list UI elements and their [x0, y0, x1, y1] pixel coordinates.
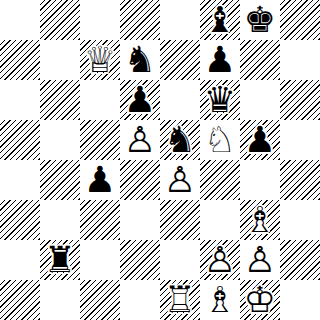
- square-b2[interactable]: ♜: [40, 240, 80, 280]
- square-c6[interactable]: [80, 80, 120, 120]
- square-a6[interactable]: [0, 80, 40, 120]
- square-c7[interactable]: ♛♕: [80, 40, 120, 80]
- square-h3[interactable]: [280, 200, 320, 240]
- square-c3[interactable]: [80, 200, 120, 240]
- square-f5[interactable]: ♞♘: [200, 120, 240, 160]
- square-g4[interactable]: [240, 160, 280, 200]
- knight-outline-glyph: ♘: [200, 120, 240, 160]
- pawn-outline-glyph: ♙: [240, 240, 280, 280]
- square-h2[interactable]: [280, 240, 320, 280]
- black-pawn[interactable]: ♟: [120, 80, 160, 120]
- square-a7[interactable]: [0, 40, 40, 80]
- queen-outline-glyph: ♕: [80, 40, 120, 80]
- square-h4[interactable]: [280, 160, 320, 200]
- square-f6[interactable]: ♛: [200, 80, 240, 120]
- square-f3[interactable]: [200, 200, 240, 240]
- square-g2[interactable]: ♟♙: [240, 240, 280, 280]
- square-h6[interactable]: [280, 80, 320, 120]
- square-f7[interactable]: ♟: [200, 40, 240, 80]
- black-rook[interactable]: ♜: [40, 240, 80, 280]
- white-pawn[interactable]: ♟♙: [120, 120, 160, 160]
- square-e7[interactable]: [160, 40, 200, 80]
- black-knight[interactable]: ♞: [120, 40, 160, 80]
- rook-outline-glyph: ♖: [160, 280, 200, 320]
- square-g3[interactable]: ♝♗: [240, 200, 280, 240]
- white-rook[interactable]: ♜♖: [160, 280, 200, 320]
- square-h5[interactable]: [280, 120, 320, 160]
- square-d6[interactable]: ♟: [120, 80, 160, 120]
- square-g5[interactable]: ♟: [240, 120, 280, 160]
- white-bishop[interactable]: ♝♗: [240, 200, 280, 240]
- square-b7[interactable]: [40, 40, 80, 80]
- black-king[interactable]: ♚: [240, 0, 280, 40]
- black-pawn[interactable]: ♟: [200, 40, 240, 80]
- black-pawn[interactable]: ♟: [240, 120, 280, 160]
- bishop-glyph: ♝: [200, 0, 240, 40]
- square-b4[interactable]: [40, 160, 80, 200]
- white-queen[interactable]: ♛♕: [80, 40, 120, 80]
- square-e5[interactable]: ♞: [160, 120, 200, 160]
- square-g8[interactable]: ♚: [240, 0, 280, 40]
- square-e3[interactable]: [160, 200, 200, 240]
- square-g6[interactable]: [240, 80, 280, 120]
- king-outline-glyph: ♔: [240, 280, 280, 320]
- pawn-glyph: ♟: [80, 160, 120, 200]
- square-c5[interactable]: [80, 120, 120, 160]
- square-d8[interactable]: [120, 0, 160, 40]
- square-b6[interactable]: [40, 80, 80, 120]
- square-b3[interactable]: [40, 200, 80, 240]
- black-knight[interactable]: ♞: [160, 120, 200, 160]
- square-f2[interactable]: ♟♙: [200, 240, 240, 280]
- square-c1[interactable]: [80, 280, 120, 320]
- square-e6[interactable]: [160, 80, 200, 120]
- bishop-outline-glyph: ♗: [200, 280, 240, 320]
- square-d1[interactable]: [120, 280, 160, 320]
- square-a1[interactable]: [0, 280, 40, 320]
- white-pawn[interactable]: ♟♙: [160, 160, 200, 200]
- square-b5[interactable]: [40, 120, 80, 160]
- square-e8[interactable]: [160, 0, 200, 40]
- pawn-outline-glyph: ♙: [120, 120, 160, 160]
- square-f4[interactable]: [200, 160, 240, 200]
- white-king[interactable]: ♚♔: [240, 280, 280, 320]
- white-pawn[interactable]: ♟♙: [240, 240, 280, 280]
- square-c4[interactable]: ♟: [80, 160, 120, 200]
- square-d7[interactable]: ♞: [120, 40, 160, 80]
- square-a8[interactable]: [0, 0, 40, 40]
- square-e2[interactable]: [160, 240, 200, 280]
- queen-glyph: ♛: [200, 80, 240, 120]
- square-a3[interactable]: [0, 200, 40, 240]
- square-e4[interactable]: ♟♙: [160, 160, 200, 200]
- square-f8[interactable]: ♝: [200, 0, 240, 40]
- pawn-glyph: ♟: [240, 120, 280, 160]
- knight-glyph: ♞: [120, 40, 160, 80]
- square-h1[interactable]: [280, 280, 320, 320]
- square-f1[interactable]: ♝♗: [200, 280, 240, 320]
- square-g1[interactable]: ♚♔: [240, 280, 280, 320]
- white-pawn[interactable]: ♟♙: [200, 240, 240, 280]
- pawn-glyph: ♟: [120, 80, 160, 120]
- king-glyph: ♚: [240, 0, 280, 40]
- square-d4[interactable]: [120, 160, 160, 200]
- white-knight[interactable]: ♞♘: [200, 120, 240, 160]
- square-b8[interactable]: [40, 0, 80, 40]
- square-d3[interactable]: [120, 200, 160, 240]
- pawn-outline-glyph: ♙: [160, 160, 200, 200]
- square-h7[interactable]: [280, 40, 320, 80]
- square-a2[interactable]: [0, 240, 40, 280]
- black-queen[interactable]: ♛: [200, 80, 240, 120]
- knight-glyph: ♞: [160, 120, 200, 160]
- square-c8[interactable]: [80, 0, 120, 40]
- black-pawn[interactable]: ♟: [80, 160, 120, 200]
- black-bishop[interactable]: ♝: [200, 0, 240, 40]
- square-b1[interactable]: [40, 280, 80, 320]
- square-d5[interactable]: ♟♙: [120, 120, 160, 160]
- chess-board: ♝♚♛♕♞♟♟♛♟♙♞♞♘♟♟♟♙♝♗♜♟♙♟♙♜♖♝♗♚♔: [0, 0, 320, 320]
- square-e1[interactable]: ♜♖: [160, 280, 200, 320]
- white-bishop[interactable]: ♝♗: [200, 280, 240, 320]
- square-a4[interactable]: [0, 160, 40, 200]
- square-d2[interactable]: [120, 240, 160, 280]
- square-h8[interactable]: [280, 0, 320, 40]
- pawn-glyph: ♟: [200, 40, 240, 80]
- pawn-outline-glyph: ♙: [200, 240, 240, 280]
- square-c2[interactable]: [80, 240, 120, 280]
- rook-glyph: ♜: [40, 240, 80, 280]
- square-a5[interactable]: [0, 120, 40, 160]
- square-g7[interactable]: [240, 40, 280, 80]
- bishop-outline-glyph: ♗: [240, 200, 280, 240]
